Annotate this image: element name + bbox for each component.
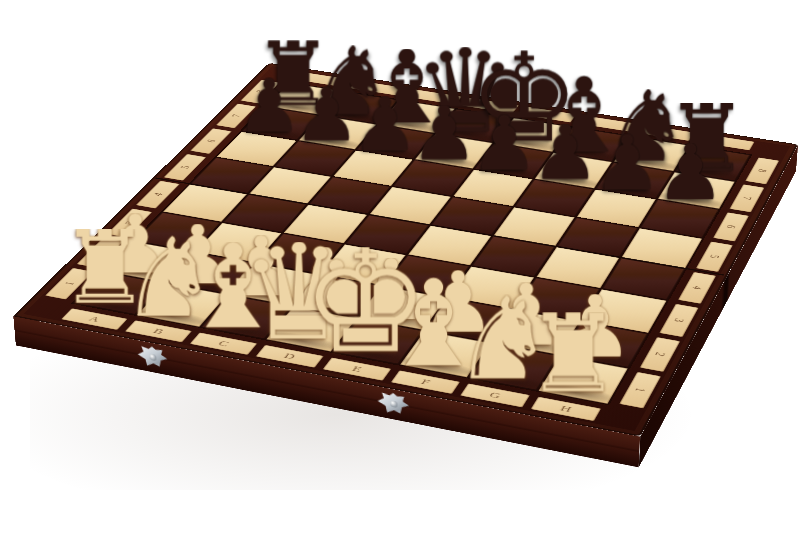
rank-label-text: 4 — [688, 285, 706, 291]
piece-black-pawn[interactable]: ♟ — [619, 143, 761, 203]
piece-white-rook[interactable]: ♜ — [492, 313, 654, 397]
rank-label-right-6: 6 — [713, 212, 749, 241]
square-h1[interactable]: ♜ — [539, 356, 628, 404]
clasp-screw — [149, 353, 156, 361]
clasp-icon — [137, 344, 168, 371]
rank-label-text: 4 — [149, 192, 166, 197]
rank-label-text: 5 — [177, 165, 194, 170]
rank-label-text: 6 — [203, 139, 219, 144]
rank-label-text: 5 — [706, 254, 724, 260]
chess-board: ABCDEFGH 87654321 87654321 ♜♞♝♛♚♝♞♜♟♟♟♟♟… — [13, 63, 798, 437]
clasp-screw — [390, 400, 397, 408]
rank-label-right-4: 4 — [678, 272, 716, 304]
chess-set-photo: ABCDEFGH 87654321 87654321 ♜♞♝♛♚♝♞♜♟♟♟♟♟… — [0, 0, 800, 533]
rank-label-text: 6 — [723, 224, 740, 229]
scene: ABCDEFGH 87654321 87654321 ♜♞♝♛♚♝♞♜♟♟♟♟♟… — [0, 0, 800, 533]
square-h7[interactable]: ♟ — [658, 172, 735, 209]
rank-label-right-5: 5 — [696, 242, 733, 272]
clasp-icon — [378, 390, 409, 418]
